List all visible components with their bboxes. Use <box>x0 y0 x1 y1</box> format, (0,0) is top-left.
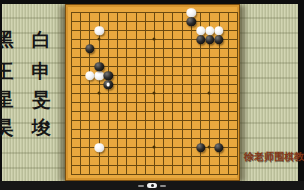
stone-black-C15 <box>85 44 94 53</box>
star-point <box>208 146 211 149</box>
stone-white-C12 <box>85 71 94 80</box>
stone-black-Q16 <box>205 35 214 44</box>
go-board <box>65 4 240 181</box>
black-player-name-char: 王 <box>0 62 14 81</box>
grid-line-vertical <box>172 12 173 175</box>
star-point <box>153 92 156 95</box>
letterbox-top-bar <box>0 0 304 4</box>
black-player-name-char: 星 <box>0 90 14 109</box>
grid-line-horizontal <box>71 156 238 157</box>
grid-line-vertical <box>191 12 192 175</box>
star-point <box>153 146 156 149</box>
black-player-color-char: 黑 <box>0 30 14 49</box>
stone-white-D4 <box>94 143 103 152</box>
stone-black-P16 <box>196 35 205 44</box>
playback-hint-right <box>160 185 166 187</box>
stone-black-R4 <box>214 143 223 152</box>
channel-watermark: 徐老师围棋教室 <box>244 150 304 164</box>
black-player-name-char: 昊 <box>0 118 14 137</box>
stone-white-O19 <box>187 8 196 17</box>
grid-line-horizontal <box>71 102 238 103</box>
player-control-bar <box>0 181 304 190</box>
grid-line-horizontal <box>71 138 238 139</box>
white-player-name-char: 埈 <box>32 118 51 137</box>
stone-black-O18 <box>187 17 196 26</box>
stone-black-P4 <box>196 143 205 152</box>
last-move-marker-icon <box>107 83 110 86</box>
star-point <box>97 38 100 41</box>
grid-line-vertical <box>237 12 238 175</box>
toggle-knob-icon <box>151 184 154 187</box>
stone-white-Q17 <box>205 26 214 35</box>
stone-black-E12 <box>104 71 113 80</box>
grid-line-vertical <box>228 12 229 175</box>
stone-black-R16 <box>214 35 223 44</box>
video-frame: 黑王星昊 白申旻埈 徐老师围棋教室 <box>0 0 304 190</box>
stone-white-D17 <box>94 26 103 35</box>
white-player-color-char: 白 <box>32 30 51 49</box>
star-point <box>97 92 100 95</box>
white-player-label: 白申旻埈 <box>30 30 52 137</box>
white-player-name-char: 旻 <box>32 90 51 109</box>
black-player-label: 黑王星昊 <box>0 30 15 137</box>
stone-white-P17 <box>196 26 205 35</box>
stone-black-D13 <box>94 62 103 71</box>
playback-toggle[interactable] <box>147 183 157 188</box>
stone-black-E11 <box>104 80 113 89</box>
grid-line-vertical <box>182 12 183 175</box>
stone-white-D12 <box>94 71 103 80</box>
grid-line-horizontal <box>71 174 238 175</box>
star-point <box>153 38 156 41</box>
playback-hint-left <box>138 185 144 187</box>
goban-grid <box>71 12 238 175</box>
grid-line-horizontal <box>71 111 238 112</box>
grid-line-horizontal <box>71 129 238 130</box>
white-player-name-char: 申 <box>32 62 51 81</box>
grid-line-horizontal <box>71 165 238 166</box>
grid-line-vertical <box>163 12 164 175</box>
stone-white-R17 <box>214 26 223 35</box>
grid-line-horizontal <box>71 120 238 121</box>
star-point <box>208 92 211 95</box>
